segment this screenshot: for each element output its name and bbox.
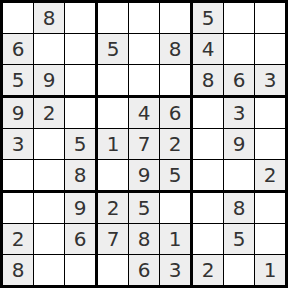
cell-r8c4: 7	[98, 224, 129, 255]
cell-r1c8[interactable]	[224, 3, 255, 34]
cell-r8c6: 1	[160, 224, 193, 255]
cell-r9c1: 8	[3, 255, 34, 285]
cell-r6c3: 8	[65, 160, 98, 193]
cell-r9c7: 2	[193, 255, 224, 285]
cell-r7c4: 2	[98, 193, 129, 224]
cell-r2c3[interactable]	[65, 34, 98, 65]
cell-r5c2[interactable]	[34, 129, 65, 160]
cell-r4c4[interactable]	[98, 98, 129, 129]
cell-r8c2[interactable]	[34, 224, 65, 255]
cell-r6c6: 5	[160, 160, 193, 193]
cell-r1c7: 5	[193, 3, 224, 34]
cell-r4c3[interactable]	[65, 98, 98, 129]
cell-r6c7[interactable]	[193, 160, 224, 193]
cell-r1c2: 8	[34, 3, 65, 34]
cell-r1c5[interactable]	[129, 3, 160, 34]
cell-r9c9: 1	[255, 255, 285, 285]
cell-r5c5: 7	[129, 129, 160, 160]
cell-r2c9[interactable]	[255, 34, 285, 65]
cell-r6c1[interactable]	[3, 160, 34, 193]
sudoku-board: 8565845986392463351729895292582678158632…	[0, 0, 288, 288]
cell-r9c6: 3	[160, 255, 193, 285]
cell-r7c5: 5	[129, 193, 160, 224]
cell-r9c5: 6	[129, 255, 160, 285]
cell-r4c9[interactable]	[255, 98, 285, 129]
cell-r7c2[interactable]	[34, 193, 65, 224]
cell-r2c2[interactable]	[34, 34, 65, 65]
cell-r4c2: 2	[34, 98, 65, 129]
cell-r9c4[interactable]	[98, 255, 129, 285]
cell-r1c6[interactable]	[160, 3, 193, 34]
cell-r3c8: 6	[224, 65, 255, 98]
cell-r5c1: 3	[3, 129, 34, 160]
cell-r8c5: 8	[129, 224, 160, 255]
cell-r6c8[interactable]	[224, 160, 255, 193]
cell-r2c4: 5	[98, 34, 129, 65]
cell-r3c1: 5	[3, 65, 34, 98]
cell-r1c3[interactable]	[65, 3, 98, 34]
cell-r6c5: 9	[129, 160, 160, 193]
cell-r6c9: 2	[255, 160, 285, 193]
cell-r7c9[interactable]	[255, 193, 285, 224]
cell-r9c8[interactable]	[224, 255, 255, 285]
cell-r2c6: 8	[160, 34, 193, 65]
cell-r8c8: 5	[224, 224, 255, 255]
cell-r5c8: 9	[224, 129, 255, 160]
cell-r3c5[interactable]	[129, 65, 160, 98]
cell-r3c7: 8	[193, 65, 224, 98]
cell-r7c1[interactable]	[3, 193, 34, 224]
cell-r7c6[interactable]	[160, 193, 193, 224]
cell-r7c8: 8	[224, 193, 255, 224]
cell-r2c1: 6	[3, 34, 34, 65]
cell-r5c6: 2	[160, 129, 193, 160]
cell-r3c6[interactable]	[160, 65, 193, 98]
cell-r2c8[interactable]	[224, 34, 255, 65]
cell-r3c2: 9	[34, 65, 65, 98]
cell-r3c4[interactable]	[98, 65, 129, 98]
cell-r4c6: 6	[160, 98, 193, 129]
cell-r1c1[interactable]	[3, 3, 34, 34]
cell-r5c4: 1	[98, 129, 129, 160]
cell-r6c2[interactable]	[34, 160, 65, 193]
cell-r3c9: 3	[255, 65, 285, 98]
cell-r4c1: 9	[3, 98, 34, 129]
cell-r3c3[interactable]	[65, 65, 98, 98]
cell-r4c7[interactable]	[193, 98, 224, 129]
cell-r6c4[interactable]	[98, 160, 129, 193]
cell-r7c3: 9	[65, 193, 98, 224]
cell-r1c9[interactable]	[255, 3, 285, 34]
cell-r2c7: 4	[193, 34, 224, 65]
cell-r9c3[interactable]	[65, 255, 98, 285]
cell-r2c5[interactable]	[129, 34, 160, 65]
cell-r4c8: 3	[224, 98, 255, 129]
cell-r8c9[interactable]	[255, 224, 285, 255]
cell-r5c7[interactable]	[193, 129, 224, 160]
cell-r5c3: 5	[65, 129, 98, 160]
cell-r8c1: 2	[3, 224, 34, 255]
cell-r4c5: 4	[129, 98, 160, 129]
cell-r8c7[interactable]	[193, 224, 224, 255]
cell-r9c2[interactable]	[34, 255, 65, 285]
cell-r5c9[interactable]	[255, 129, 285, 160]
cell-r1c4[interactable]	[98, 3, 129, 34]
cell-r7c7[interactable]	[193, 193, 224, 224]
cell-r8c3: 6	[65, 224, 98, 255]
